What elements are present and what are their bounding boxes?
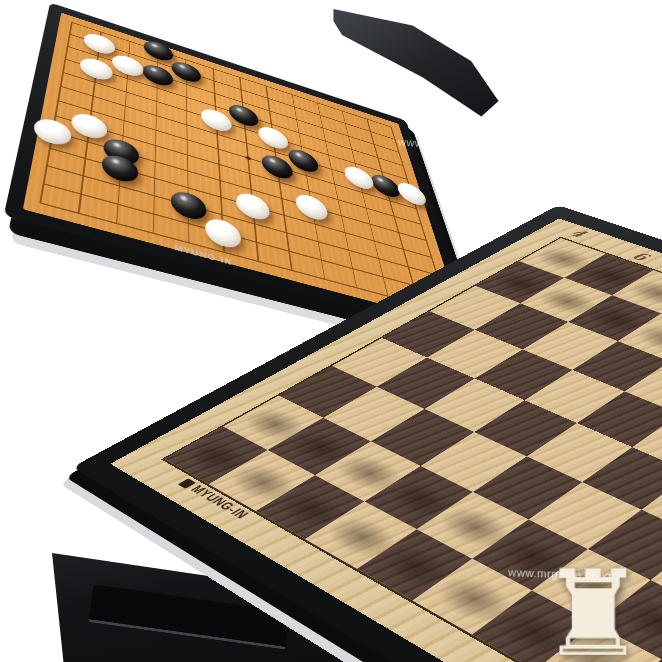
folded-board-edge: [330, 2, 502, 120]
go-stone-white[interactable]: [235, 190, 271, 223]
chess-piece-black-pawn[interactable]: ♟: [583, 260, 640, 323]
go-stone-white[interactable]: [205, 215, 242, 251]
go-stone-white[interactable]: [70, 110, 108, 142]
go-stone-black[interactable]: [103, 136, 140, 169]
chess-square[interactable]: ♜: [535, 624, 662, 662]
chess-piece-white-rook[interactable]: ♜: [540, 555, 646, 662]
go-stone-white[interactable]: [32, 115, 73, 148]
brand-logo-go: MYUNG-IN: [174, 244, 232, 267]
go-stone-black[interactable]: [101, 152, 139, 186]
chess-piece-black-pawn[interactable]: ♟: [633, 278, 662, 343]
drawer-handle-slot: [88, 585, 290, 651]
product-photo-scene: MYUNG-IN 4 6 MYUNG-IN ♜♞♝♛♚♝♞♜♟♟♟♟♟♟♟♟♟♟…: [0, 0, 662, 662]
go-stone-black[interactable]: [171, 188, 207, 223]
